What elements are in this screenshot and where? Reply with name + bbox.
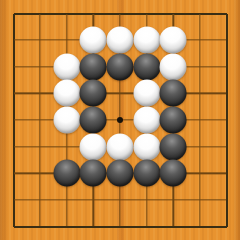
black-stone [53,160,80,187]
white-stone [53,80,80,107]
white-stone [80,27,107,54]
black-stone [160,80,187,107]
black-stone [80,80,107,107]
stones-layer [0,0,240,240]
black-stone [107,160,134,187]
black-stone [133,160,160,187]
white-stone [133,80,160,107]
black-stone [160,107,187,134]
black-stone [160,160,187,187]
white-stone [160,53,187,80]
white-stone [133,27,160,54]
go-board[interactable] [0,0,240,240]
white-stone [107,133,134,160]
white-stone [133,133,160,160]
black-stone [160,133,187,160]
white-stone [80,133,107,160]
black-stone [80,107,107,134]
black-stone [107,53,134,80]
white-stone [53,53,80,80]
white-stone [107,27,134,54]
black-stone [133,53,160,80]
white-stone [133,107,160,134]
white-stone [53,107,80,134]
black-stone [80,160,107,187]
black-stone [80,53,107,80]
white-stone [160,27,187,54]
